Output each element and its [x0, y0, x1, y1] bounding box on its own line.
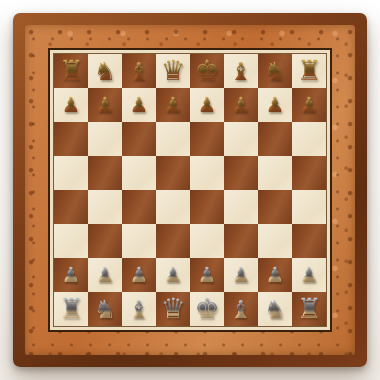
square-a6[interactable] — [54, 122, 88, 156]
square-e6[interactable] — [190, 122, 224, 156]
square-h4[interactable] — [292, 190, 326, 224]
square-d7[interactable]: ♟ — [156, 88, 190, 122]
square-c4[interactable] — [122, 190, 156, 224]
square-b1[interactable]: ♞ — [88, 292, 122, 326]
square-d3[interactable] — [156, 224, 190, 258]
square-d4[interactable] — [156, 190, 190, 224]
chess-board-grid: ♜♞♝♛♚♝♞♜♟♟♟♟♟♟♟♟♟♟♟♟♟♟♟♟♜♞♝♛♚♝♞♜ — [53, 53, 327, 327]
white-pawn[interactable]: ♟ — [266, 265, 285, 286]
square-f5[interactable] — [224, 156, 258, 190]
square-c8[interactable]: ♝ — [122, 54, 156, 88]
white-queen[interactable]: ♛ — [160, 295, 185, 323]
square-d8[interactable]: ♛ — [156, 54, 190, 88]
square-a8[interactable]: ♜ — [54, 54, 88, 88]
photo-background: ♜♞♝♛♚♝♞♜♟♟♟♟♟♟♟♟♟♟♟♟♟♟♟♟♜♞♝♛♚♝♞♜ — [0, 0, 380, 380]
white-pawn[interactable]: ♟ — [164, 265, 183, 286]
square-h8[interactable]: ♜ — [292, 54, 326, 88]
black-pawn[interactable]: ♟ — [266, 95, 285, 116]
square-b8[interactable]: ♞ — [88, 54, 122, 88]
white-king[interactable]: ♚ — [194, 295, 219, 323]
black-knight[interactable]: ♞ — [94, 59, 116, 84]
white-pawn[interactable]: ♟ — [198, 265, 217, 286]
square-h6[interactable] — [292, 122, 326, 156]
black-rook[interactable]: ♜ — [58, 57, 83, 85]
square-d2[interactable]: ♟ — [156, 258, 190, 292]
white-bishop[interactable]: ♝ — [128, 297, 150, 322]
square-b2[interactable]: ♟ — [88, 258, 122, 292]
square-c1[interactable]: ♝ — [122, 292, 156, 326]
white-knight[interactable]: ♞ — [94, 297, 116, 322]
square-b6[interactable] — [88, 122, 122, 156]
square-h7[interactable]: ♟ — [292, 88, 326, 122]
board-burl-frame: ♜♞♝♛♚♝♞♜♟♟♟♟♟♟♟♟♟♟♟♟♟♟♟♟♜♞♝♛♚♝♞♜ — [25, 25, 355, 355]
white-knight[interactable]: ♞ — [264, 297, 286, 322]
square-b7[interactable]: ♟ — [88, 88, 122, 122]
square-c3[interactable] — [122, 224, 156, 258]
black-pawn[interactable]: ♟ — [164, 95, 183, 116]
black-pawn[interactable]: ♟ — [300, 95, 319, 116]
black-pawn[interactable]: ♟ — [198, 95, 217, 116]
square-a3[interactable] — [54, 224, 88, 258]
square-g7[interactable]: ♟ — [258, 88, 292, 122]
square-a5[interactable] — [54, 156, 88, 190]
square-f7[interactable]: ♟ — [224, 88, 258, 122]
square-e2[interactable]: ♟ — [190, 258, 224, 292]
square-g6[interactable] — [258, 122, 292, 156]
square-a4[interactable] — [54, 190, 88, 224]
square-e5[interactable] — [190, 156, 224, 190]
square-b3[interactable] — [88, 224, 122, 258]
white-rook[interactable]: ♜ — [296, 295, 321, 323]
black-queen[interactable]: ♛ — [160, 57, 185, 85]
square-a7[interactable]: ♟ — [54, 88, 88, 122]
board-outer-molding: ♜♞♝♛♚♝♞♜♟♟♟♟♟♟♟♟♟♟♟♟♟♟♟♟♜♞♝♛♚♝♞♜ — [13, 13, 367, 367]
black-king[interactable]: ♚ — [194, 57, 219, 85]
square-b4[interactable] — [88, 190, 122, 224]
square-d5[interactable] — [156, 156, 190, 190]
black-pawn[interactable]: ♟ — [62, 95, 81, 116]
square-h5[interactable] — [292, 156, 326, 190]
black-knight[interactable]: ♞ — [264, 59, 286, 84]
black-pawn[interactable]: ♟ — [130, 95, 149, 116]
square-e1[interactable]: ♚ — [190, 292, 224, 326]
square-f8[interactable]: ♝ — [224, 54, 258, 88]
square-c5[interactable] — [122, 156, 156, 190]
square-d1[interactable]: ♛ — [156, 292, 190, 326]
square-a2[interactable]: ♟ — [54, 258, 88, 292]
square-c2[interactable]: ♟ — [122, 258, 156, 292]
square-e4[interactable] — [190, 190, 224, 224]
square-f4[interactable] — [224, 190, 258, 224]
black-bishop[interactable]: ♝ — [230, 59, 252, 84]
black-bishop[interactable]: ♝ — [128, 59, 150, 84]
white-pawn[interactable]: ♟ — [62, 265, 81, 286]
square-e3[interactable] — [190, 224, 224, 258]
square-g2[interactable]: ♟ — [258, 258, 292, 292]
square-f2[interactable]: ♟ — [224, 258, 258, 292]
square-c6[interactable] — [122, 122, 156, 156]
black-rook[interactable]: ♜ — [296, 57, 321, 85]
board-pinstripe-border: ♜♞♝♛♚♝♞♜♟♟♟♟♟♟♟♟♟♟♟♟♟♟♟♟♜♞♝♛♚♝♞♜ — [48, 48, 332, 332]
square-e8[interactable]: ♚ — [190, 54, 224, 88]
square-g3[interactable] — [258, 224, 292, 258]
square-h1[interactable]: ♜ — [292, 292, 326, 326]
black-pawn[interactable]: ♟ — [232, 95, 251, 116]
square-g5[interactable] — [258, 156, 292, 190]
white-pawn[interactable]: ♟ — [130, 265, 149, 286]
white-pawn[interactable]: ♟ — [96, 265, 115, 286]
white-bishop[interactable]: ♝ — [230, 297, 252, 322]
square-b5[interactable] — [88, 156, 122, 190]
square-g4[interactable] — [258, 190, 292, 224]
white-pawn[interactable]: ♟ — [300, 265, 319, 286]
white-rook[interactable]: ♜ — [58, 295, 83, 323]
square-c7[interactable]: ♟ — [122, 88, 156, 122]
square-e7[interactable]: ♟ — [190, 88, 224, 122]
square-f3[interactable] — [224, 224, 258, 258]
square-h2[interactable]: ♟ — [292, 258, 326, 292]
square-d6[interactable] — [156, 122, 190, 156]
square-g1[interactable]: ♞ — [258, 292, 292, 326]
square-f1[interactable]: ♝ — [224, 292, 258, 326]
square-f6[interactable] — [224, 122, 258, 156]
square-g8[interactable]: ♞ — [258, 54, 292, 88]
black-pawn[interactable]: ♟ — [96, 95, 115, 116]
square-a1[interactable]: ♜ — [54, 292, 88, 326]
white-pawn[interactable]: ♟ — [232, 265, 251, 286]
square-h3[interactable] — [292, 224, 326, 258]
